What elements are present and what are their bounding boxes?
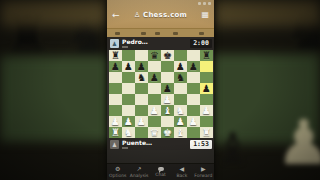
chess-board[interactable]: ♜♛♚♜♟♟♟♟♟♞♟♞♟♟♟♟♝♞♟♟♟♟♟♟♜♞♛♚♝♜ xyxy=(109,50,213,138)
square-e5[interactable]: ♟ xyxy=(161,83,174,94)
analysis-arrow-icon: ↗ xyxy=(137,166,142,172)
square-b4[interactable] xyxy=(122,94,135,105)
chesscom-logo: ♙ Chess.com xyxy=(107,11,214,19)
white-pawn-b2[interactable]: ♟ xyxy=(122,116,135,127)
white-pawn-e4[interactable]: ♟ xyxy=(161,94,174,105)
white-pawn-d3[interactable]: ♟ xyxy=(148,105,161,116)
square-g4[interactable] xyxy=(187,94,200,105)
square-b8[interactable] xyxy=(122,50,135,61)
square-b3[interactable] xyxy=(122,105,135,116)
analysis-label: Analysis xyxy=(130,173,149,178)
white-bishop-f1[interactable]: ♝ xyxy=(174,127,187,138)
square-a4[interactable] xyxy=(109,94,122,105)
black-pawn-b7[interactable]: ♟ xyxy=(122,61,135,72)
white-pawn-a2[interactable]: ♟ xyxy=(109,116,122,127)
phone-screenshot: ← ♙ Chess.com ▦ ♟ Pedro… 2:00 ♜♛♚♜♟♟♟♟♟♞… xyxy=(107,0,214,180)
square-b6[interactable] xyxy=(122,72,135,83)
square-d4[interactable] xyxy=(148,94,161,105)
black-pawn-h5[interactable]: ♟ xyxy=(200,83,213,94)
bg-pawn-silhouette: ♟ xyxy=(276,112,320,174)
square-g8[interactable] xyxy=(187,50,200,61)
square-h1[interactable]: ♜ xyxy=(200,127,213,138)
square-f6[interactable]: ♞ xyxy=(174,72,187,83)
logo-text: Chess.com xyxy=(143,11,187,19)
square-h5[interactable]: ♟ xyxy=(200,83,213,94)
opponent-row: ♟ Pedro… 2:00 xyxy=(107,37,214,50)
black-pawn-c7[interactable]: ♟ xyxy=(135,61,148,72)
bg-board-glow-left xyxy=(0,56,110,142)
app-header: ← ♙ Chess.com ▦ xyxy=(107,0,214,28)
black-pawn-e5[interactable]: ♟ xyxy=(161,83,174,94)
chat-button[interactable]: Chat xyxy=(150,164,171,180)
square-h3[interactable]: ♟ xyxy=(200,105,213,116)
chat-label: Chat xyxy=(155,172,166,177)
square-c6[interactable]: ♞ xyxy=(135,72,148,83)
opponent-name[interactable]: Pedro… xyxy=(122,39,148,45)
bg-header-glow-right xyxy=(214,0,320,26)
player-row: ♟ Puente… 1:53 xyxy=(107,138,214,150)
square-g5[interactable] xyxy=(187,83,200,94)
black-king-e8[interactable]: ♚ xyxy=(161,50,174,61)
opponent-avatar[interactable]: ♟ xyxy=(110,39,119,48)
square-d7[interactable] xyxy=(148,61,161,72)
options-button[interactable]: ⚙ Options xyxy=(107,164,128,180)
back-icon: ◀ xyxy=(180,166,185,172)
square-c2[interactable]: ♟ xyxy=(135,116,148,127)
opponent-clock: 2:00 xyxy=(190,39,212,48)
square-b1[interactable]: ♞ xyxy=(122,127,135,138)
white-queen-d1[interactable]: ♛ xyxy=(148,127,161,138)
square-c5[interactable] xyxy=(135,83,148,94)
square-e6[interactable] xyxy=(161,72,174,83)
analysis-button[interactable]: ↗ Analysis xyxy=(128,164,149,180)
back-label: Back xyxy=(176,173,187,178)
square-f3[interactable]: ♞ xyxy=(174,105,187,116)
white-king-e1[interactable]: ♚ xyxy=(161,127,174,138)
forward-move-button[interactable]: ▶ Forward xyxy=(193,164,214,180)
square-a6[interactable] xyxy=(109,72,122,83)
forward-label: Forward xyxy=(194,173,212,178)
square-a2[interactable]: ♟ xyxy=(109,116,122,127)
square-d2[interactable] xyxy=(148,116,161,127)
square-b5[interactable] xyxy=(122,83,135,94)
square-g6[interactable] xyxy=(187,72,200,83)
square-g7[interactable]: ♟ xyxy=(187,61,200,72)
status-bar-icons xyxy=(198,2,211,5)
white-knight-f3[interactable]: ♞ xyxy=(174,105,187,116)
player-flag xyxy=(122,147,128,149)
square-e8[interactable]: ♚ xyxy=(161,50,174,61)
options-label: Options xyxy=(109,173,126,178)
square-d6[interactable]: ♟ xyxy=(148,72,161,83)
move-strip[interactable] xyxy=(107,28,214,37)
square-h2[interactable] xyxy=(200,116,213,127)
black-queen-d8[interactable]: ♛ xyxy=(148,50,161,61)
square-g1[interactable] xyxy=(187,127,200,138)
square-d5[interactable] xyxy=(148,83,161,94)
square-b2[interactable]: ♟ xyxy=(122,116,135,127)
black-pawn-g7[interactable]: ♟ xyxy=(187,61,200,72)
logo-pawn-icon: ♙ xyxy=(134,11,140,19)
square-c4[interactable] xyxy=(135,94,148,105)
square-e1[interactable]: ♚ xyxy=(161,127,174,138)
black-pawn-d6[interactable]: ♟ xyxy=(148,72,161,83)
back-move-button[interactable]: ◀ Back xyxy=(171,164,192,180)
square-f5[interactable] xyxy=(174,83,187,94)
white-bishop-e3[interactable]: ♝ xyxy=(161,105,174,116)
bg-bishop-silhouette: ♝ xyxy=(214,128,252,170)
white-pawn-h3[interactable]: ♟ xyxy=(200,105,213,116)
square-a7[interactable]: ♟ xyxy=(109,61,122,72)
square-a8[interactable]: ♜ xyxy=(109,50,122,61)
forward-icon: ▶ xyxy=(201,166,206,172)
square-h6[interactable] xyxy=(200,72,213,83)
square-c7[interactable]: ♟ xyxy=(135,61,148,72)
white-pawn-g2[interactable]: ♟ xyxy=(187,116,200,127)
square-e4[interactable]: ♟ xyxy=(161,94,174,105)
player-name[interactable]: Puente… xyxy=(122,140,152,146)
black-rook-h8[interactable]: ♜ xyxy=(200,50,213,61)
opponent-flag xyxy=(122,46,128,48)
square-f4[interactable] xyxy=(174,94,187,105)
player-clock: 1:53 xyxy=(190,140,212,149)
square-d8[interactable]: ♛ xyxy=(148,50,161,61)
white-pawn-f2[interactable]: ♟ xyxy=(174,116,187,127)
square-a5[interactable] xyxy=(109,83,122,94)
video-frame: ♜ ♞ ♞ ♝ ♟ ← ♙ Chess.com ▦ ♟ Pedro… 2:0 xyxy=(0,0,320,180)
square-g3[interactable] xyxy=(187,105,200,116)
black-pawn-f7[interactable]: ♟ xyxy=(174,61,187,72)
black-pawn-a7[interactable]: ♟ xyxy=(109,61,122,72)
square-f7[interactable]: ♟ xyxy=(174,61,187,72)
game-toolbar: ⚙ Options ↗ Analysis Chat ◀ Back ▶ Forwa… xyxy=(107,163,214,180)
square-b7[interactable]: ♟ xyxy=(122,61,135,72)
square-h8[interactable]: ♜ xyxy=(200,50,213,61)
board-menu-icon[interactable]: ▦ xyxy=(201,11,209,19)
square-g2[interactable]: ♟ xyxy=(187,116,200,127)
square-c3[interactable] xyxy=(135,105,148,116)
white-rook-h1[interactable]: ♜ xyxy=(200,127,213,138)
player-avatar[interactable]: ♟ xyxy=(110,140,119,149)
square-h4[interactable] xyxy=(200,94,213,105)
white-pawn-c2[interactable]: ♟ xyxy=(135,116,148,127)
gear-icon: ⚙ xyxy=(115,166,120,172)
square-c8[interactable] xyxy=(135,50,148,61)
square-a1[interactable]: ♜ xyxy=(109,127,122,138)
square-f1[interactable]: ♝ xyxy=(174,127,187,138)
chat-icon xyxy=(158,167,164,171)
square-a3[interactable] xyxy=(109,105,122,116)
square-f8[interactable] xyxy=(174,50,187,61)
lower-spacer xyxy=(107,150,214,163)
square-d3[interactable]: ♟ xyxy=(148,105,161,116)
white-knight-b1[interactable]: ♞ xyxy=(122,127,135,138)
black-knight-c6[interactable]: ♞ xyxy=(135,72,148,83)
bg-header-glow xyxy=(0,0,107,26)
square-e7[interactable] xyxy=(161,61,174,72)
square-e2[interactable] xyxy=(161,116,174,127)
square-f2[interactable]: ♟ xyxy=(174,116,187,127)
black-rook-a8[interactable]: ♜ xyxy=(109,50,122,61)
square-e3[interactable]: ♝ xyxy=(161,105,174,116)
square-d1[interactable]: ♛ xyxy=(148,127,161,138)
square-c1[interactable] xyxy=(135,127,148,138)
square-h7[interactable] xyxy=(200,61,213,72)
white-rook-a1[interactable]: ♜ xyxy=(109,127,122,138)
black-knight-f6[interactable]: ♞ xyxy=(174,72,187,83)
